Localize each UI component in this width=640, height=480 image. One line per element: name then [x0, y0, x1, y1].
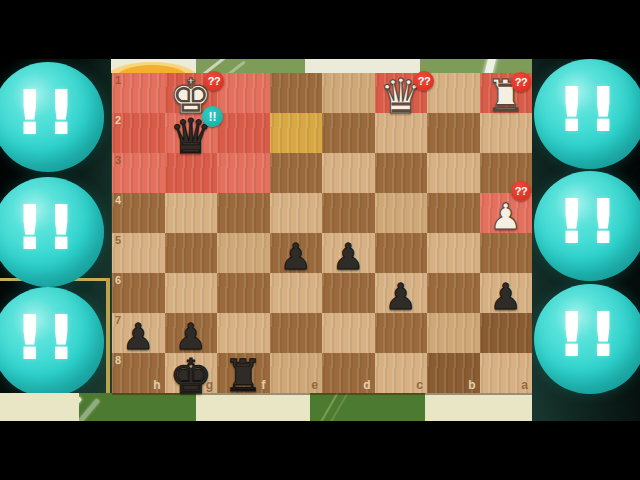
brilliant-ball-right-1: !! — [534, 59, 640, 169]
square-d6[interactable] — [322, 273, 375, 313]
rank-label-5: 5 — [115, 234, 121, 246]
brilliant-ball-right-2: !! — [534, 171, 640, 281]
square-b2[interactable] — [427, 113, 480, 153]
square-a2[interactable] — [480, 113, 533, 153]
square-e4[interactable] — [270, 193, 323, 233]
square-h5[interactable]: 5 — [112, 233, 165, 273]
light-streak-icon — [79, 398, 100, 422]
brilliant-ball-left-2: !! — [0, 177, 104, 287]
letterbox-bottom — [0, 421, 640, 480]
rank-label-6: 6 — [115, 274, 121, 286]
square-c1[interactable]: ♛?? — [375, 73, 428, 113]
square-e7[interactable] — [270, 313, 323, 353]
square-f4[interactable] — [217, 193, 270, 233]
square-c6[interactable]: ♟ — [375, 273, 428, 313]
file-label-a: a — [521, 378, 528, 392]
square-d4[interactable] — [322, 193, 375, 233]
square-h7[interactable]: ♟7 — [112, 313, 165, 353]
bg-green-segment-top-2 — [420, 59, 532, 73]
file-label-g: g — [206, 378, 213, 392]
square-g5[interactable] — [165, 233, 218, 273]
square-b7[interactable] — [427, 313, 480, 353]
square-b5[interactable] — [427, 233, 480, 273]
square-f3[interactable] — [217, 153, 270, 193]
brilliant-marks: !! — [17, 194, 80, 270]
square-d7[interactable] — [322, 313, 375, 353]
square-f8[interactable]: ♜f — [217, 353, 270, 393]
letterbox-top — [0, 0, 640, 59]
piece-black-pawn: ♟ — [270, 237, 323, 277]
square-a1[interactable]: ♜?? — [480, 73, 533, 113]
bg-green-segment-bottom-1 — [79, 393, 196, 422]
square-f6[interactable] — [217, 273, 270, 313]
piece-black-pawn: ♟ — [480, 277, 533, 317]
brilliant-ball-left-1: !! — [0, 62, 104, 172]
square-d1[interactable] — [322, 73, 375, 113]
square-d3[interactable] — [322, 153, 375, 193]
square-a5[interactable] — [480, 233, 533, 273]
blunder-badge-g1: ?? — [204, 71, 224, 91]
square-f2[interactable] — [217, 113, 270, 153]
square-h3[interactable]: 3 — [112, 153, 165, 193]
right-panel: !! !! !! — [532, 59, 640, 421]
square-a7[interactable] — [480, 313, 533, 353]
piece-black-pawn: ♟ — [322, 237, 375, 277]
square-g3[interactable] — [165, 153, 218, 193]
brilliant-marks: !! — [559, 188, 622, 264]
piece-black-pawn: ♟ — [375, 277, 428, 317]
square-b6[interactable] — [427, 273, 480, 313]
left-panel: !! !! !! — [0, 59, 111, 393]
brilliant-ball-left-3: !! — [0, 287, 104, 393]
square-d5[interactable]: ♟ — [322, 233, 375, 273]
square-e8[interactable]: e — [270, 353, 323, 393]
bg-cream-segment-bottom-2 — [196, 393, 310, 422]
blunder-badge-a4: ?? — [511, 181, 531, 201]
square-e5[interactable]: ♟ — [270, 233, 323, 273]
rank-label-2: 2 — [115, 114, 121, 126]
square-g2[interactable]: ♛!! — [165, 113, 218, 153]
square-e2[interactable] — [270, 113, 323, 153]
file-label-f: f — [262, 378, 266, 392]
brilliant-marks: !! — [559, 76, 622, 152]
brilliant-marks: !! — [559, 301, 622, 377]
square-e3[interactable] — [270, 153, 323, 193]
square-a6[interactable]: ♟ — [480, 273, 533, 313]
square-b8[interactable]: b — [427, 353, 480, 393]
blunder-badge-a1: ?? — [511, 72, 531, 92]
square-c8[interactable]: c — [375, 353, 428, 393]
rank-label-3: 3 — [115, 154, 121, 166]
square-e6[interactable] — [270, 273, 323, 313]
rank-label-7: 7 — [115, 314, 121, 326]
rank-label-1: 1 — [115, 74, 121, 86]
square-g7[interactable]: ♟ — [165, 313, 218, 353]
square-d8[interactable]: d — [322, 353, 375, 393]
brilliant-badge-g2: !! — [202, 106, 223, 127]
square-c4[interactable] — [375, 193, 428, 233]
square-f1[interactable] — [217, 73, 270, 113]
square-b3[interactable] — [427, 153, 480, 193]
brilliant-ball-right-3: !! — [534, 284, 640, 394]
square-d2[interactable] — [322, 113, 375, 153]
square-c3[interactable] — [375, 153, 428, 193]
blunder-badge-c1: ?? — [414, 71, 434, 91]
chessboard: 1♚??♛??♜??2♛!!34♟??5♟♟6♟♟♟7♟8h♚g♜fedcba — [112, 73, 532, 393]
square-h4[interactable]: 4 — [112, 193, 165, 233]
rank-label-8: 8 — [115, 354, 121, 366]
green-streak-icon — [320, 393, 339, 422]
square-h8[interactable]: 8h — [112, 353, 165, 393]
rank-label-4: 4 — [115, 194, 121, 206]
brilliant-marks: !! — [17, 79, 80, 155]
square-h1[interactable]: 1 — [112, 73, 165, 113]
file-label-d: d — [363, 378, 370, 392]
square-f5[interactable] — [217, 233, 270, 273]
square-a4[interactable]: ♟?? — [480, 193, 533, 233]
bg-cream-segment-bottom-1 — [0, 393, 79, 422]
file-label-b: b — [468, 378, 475, 392]
square-e1[interactable] — [270, 73, 323, 113]
square-h2[interactable]: 2 — [112, 113, 165, 153]
piece-black-pawn: ♟ — [165, 317, 218, 357]
square-g8[interactable]: ♚g — [165, 353, 218, 393]
video-frame: !! !! !! !! !! !! 1♚??♛??♜??2♛!!34♟??5♟♟… — [0, 0, 640, 480]
bg-green-segment-bottom-2 — [310, 393, 425, 422]
square-g6[interactable] — [165, 273, 218, 313]
square-c7[interactable] — [375, 313, 428, 353]
square-c5[interactable] — [375, 233, 428, 273]
file-label-h: h — [153, 378, 160, 392]
file-label-e: e — [311, 378, 318, 392]
square-b1[interactable] — [427, 73, 480, 113]
square-f7[interactable] — [217, 313, 270, 353]
bg-cream-segment-top — [305, 59, 420, 73]
piece-white-pawn: ♟ — [480, 197, 533, 237]
panel-border-right — [106, 278, 110, 393]
brilliant-marks: !! — [17, 304, 80, 380]
bg-cream-segment-bottom-3 — [425, 393, 533, 422]
square-c2[interactable] — [375, 113, 428, 153]
light-streak-icon — [483, 59, 497, 73]
light-streak-icon — [217, 60, 246, 73]
square-g4[interactable] — [165, 193, 218, 233]
square-h6[interactable]: 6 — [112, 273, 165, 313]
square-a8[interactable]: a — [480, 353, 533, 393]
square-b4[interactable] — [427, 193, 480, 233]
bg-cream-arc-segment — [110, 59, 196, 73]
file-label-c: c — [416, 378, 423, 392]
